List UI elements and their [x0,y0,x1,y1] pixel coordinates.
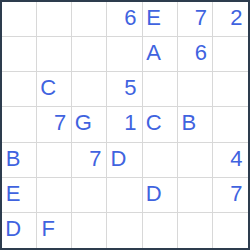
cell-r3c2[interactable]: C [37,72,72,107]
cell-r5c1[interactable]: B [2,143,37,178]
cell-r7c3[interactable] [72,213,107,248]
cell-r6c1[interactable]: E [2,178,37,213]
clue-glyph: C [146,112,162,134]
cell-r1c4[interactable]: 6 [107,2,142,37]
cell-r3c3[interactable] [72,72,107,107]
cell-r2c2[interactable] [37,37,72,72]
clue-glyph: B [181,112,196,134]
cell-r4c5[interactable]: C [143,107,178,142]
cell-r4c1[interactable] [2,107,37,142]
clue-glyph: E [6,183,21,205]
cell-r3c7[interactable] [213,72,248,107]
clue-glyph: D [146,183,162,205]
cell-r3c5[interactable] [143,72,178,107]
cell-r5c6[interactable] [178,143,213,178]
clue-glyph: C [40,77,56,99]
clue-glyph: 7 [195,7,207,29]
clue-glyph: 4 [230,148,242,170]
cell-r5c7[interactable]: 4 [213,143,248,178]
clue-glyph: 5 [124,77,136,99]
clue-glyph: 6 [195,42,207,64]
cell-r4c4[interactable]: 1 [107,107,142,142]
cell-r2c5[interactable]: A [143,37,178,72]
cell-r4c7[interactable] [213,107,248,142]
clue-glyph: 7 [54,112,66,134]
clue-glyph: G [75,112,92,134]
cell-r5c5[interactable] [143,143,178,178]
cell-r1c2[interactable] [37,2,72,37]
cell-r3c4[interactable]: 5 [107,72,142,107]
cell-r2c3[interactable] [72,37,107,72]
cell-r3c1[interactable] [2,72,37,107]
cell-r7c4[interactable] [107,213,142,248]
cell-r7c2[interactable]: F [37,213,72,248]
cell-r7c6[interactable] [178,213,213,248]
cell-r1c1[interactable] [2,2,37,37]
clue-glyph: A [146,42,161,64]
cell-r5c4[interactable]: D [107,143,142,178]
clue-glyph: D [111,148,127,170]
cell-r2c1[interactable] [2,37,37,72]
clue-glyph: 2 [230,7,242,29]
clue-glyph: D [5,218,21,240]
cell-r7c5[interactable] [143,213,178,248]
cell-r2c4[interactable] [107,37,142,72]
cell-r6c2[interactable] [37,178,72,213]
cell-r6c5[interactable]: D [143,178,178,213]
clue-glyph: 6 [124,7,136,29]
clue-glyph: 7 [230,183,242,205]
cell-r1c7[interactable]: 2 [213,2,248,37]
cell-r5c3[interactable]: 7 [72,143,107,178]
clue-glyph: F [41,218,54,240]
cell-r5c2[interactable] [37,143,72,178]
cell-r4c2[interactable]: 7 [37,107,72,142]
cell-r1c6[interactable]: 7 [178,2,213,37]
cell-r3c6[interactable] [178,72,213,107]
cell-r4c6[interactable]: B [178,107,213,142]
cell-r1c5[interactable]: E [143,2,178,37]
cell-r2c6[interactable]: 6 [178,37,213,72]
cell-r1c3[interactable] [72,2,107,37]
cell-r6c3[interactable] [72,178,107,213]
clue-glyph: E [146,7,161,29]
cell-r4c3[interactable]: G [72,107,107,142]
cell-r2c7[interactable] [213,37,248,72]
cell-r7c7[interactable] [213,213,248,248]
clue-glyph: 1 [124,112,136,134]
cell-r6c4[interactable] [107,178,142,213]
clue-glyph: 7 [89,148,101,170]
sudoku-board: 6E72A6C57G1CBB7D4ED7DF [0,0,250,250]
clue-glyph: B [6,148,21,170]
cell-r7c1[interactable]: D [2,213,37,248]
cell-r6c7[interactable]: 7 [213,178,248,213]
cell-r6c6[interactable] [178,178,213,213]
